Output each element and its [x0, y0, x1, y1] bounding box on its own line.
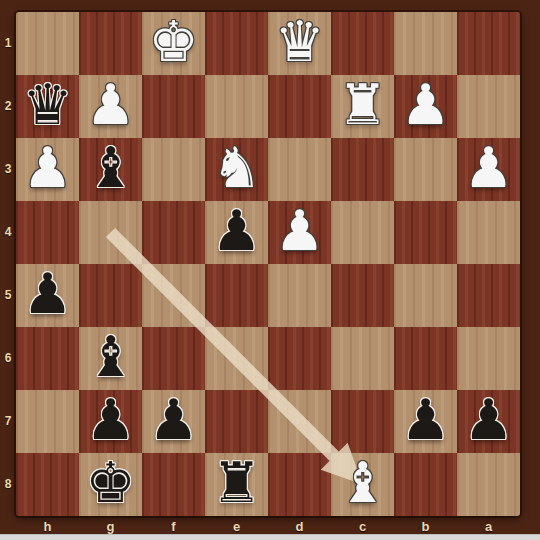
square-c1[interactable]: [331, 12, 394, 75]
square-h7[interactable]: [16, 390, 79, 453]
black-rook[interactable]: ♜: [211, 451, 261, 514]
black-queen[interactable]: ♛: [22, 73, 72, 136]
black-pawn[interactable]: ♟: [148, 388, 198, 451]
white-pawn[interactable]: ♟: [274, 199, 324, 262]
square-a8[interactable]: [457, 453, 520, 516]
square-c7[interactable]: [331, 390, 394, 453]
square-e1[interactable]: [205, 12, 268, 75]
square-b7[interactable]: ♟: [394, 390, 457, 453]
square-f4[interactable]: [142, 201, 205, 264]
square-d6[interactable]: [268, 327, 331, 390]
white-pawn[interactable]: ♟: [22, 136, 72, 199]
square-e2[interactable]: [205, 75, 268, 138]
square-d5[interactable]: [268, 264, 331, 327]
black-king[interactable]: ♚: [85, 451, 135, 514]
chess-board: ♚♛♛♟♜♟♟♝♞♟♟♟♟♝♟♟♟♟♚♜♝: [16, 12, 520, 516]
square-b6[interactable]: [394, 327, 457, 390]
square-h6[interactable]: [16, 327, 79, 390]
square-a1[interactable]: [457, 12, 520, 75]
rank-label-5: 5: [0, 264, 16, 327]
rank-label-3: 3: [0, 138, 16, 201]
black-pawn[interactable]: ♟: [85, 388, 135, 451]
rank-label-6: 6: [0, 327, 16, 390]
black-pawn[interactable]: ♟: [22, 262, 72, 325]
square-e8[interactable]: ♜: [205, 453, 268, 516]
square-g5[interactable]: [79, 264, 142, 327]
square-a7[interactable]: ♟: [457, 390, 520, 453]
square-d3[interactable]: [268, 138, 331, 201]
square-h3[interactable]: ♟: [16, 138, 79, 201]
square-d7[interactable]: [268, 390, 331, 453]
bottom-strip: [0, 534, 540, 540]
square-f2[interactable]: [142, 75, 205, 138]
square-d2[interactable]: [268, 75, 331, 138]
square-e3[interactable]: ♞: [205, 138, 268, 201]
square-g2[interactable]: ♟: [79, 75, 142, 138]
square-c8[interactable]: ♝: [331, 453, 394, 516]
square-g6[interactable]: ♝: [79, 327, 142, 390]
square-g8[interactable]: ♚: [79, 453, 142, 516]
square-c6[interactable]: [331, 327, 394, 390]
white-queen[interactable]: ♛: [274, 12, 324, 73]
square-e5[interactable]: [205, 264, 268, 327]
black-bishop[interactable]: ♝: [85, 136, 135, 199]
square-g7[interactable]: ♟: [79, 390, 142, 453]
square-d8[interactable]: [268, 453, 331, 516]
rank-label-4: 4: [0, 201, 16, 264]
white-bishop[interactable]: ♝: [337, 451, 387, 514]
square-a4[interactable]: [457, 201, 520, 264]
square-g1[interactable]: [79, 12, 142, 75]
square-c4[interactable]: [331, 201, 394, 264]
white-pawn[interactable]: ♟: [400, 73, 450, 136]
square-g3[interactable]: ♝: [79, 138, 142, 201]
black-pawn[interactable]: ♟: [211, 199, 261, 262]
square-a3[interactable]: ♟: [457, 138, 520, 201]
square-h8[interactable]: [16, 453, 79, 516]
square-f5[interactable]: [142, 264, 205, 327]
square-c5[interactable]: [331, 264, 394, 327]
square-d1[interactable]: ♛: [268, 12, 331, 75]
square-f1[interactable]: ♚: [142, 12, 205, 75]
square-g4[interactable]: [79, 201, 142, 264]
square-a6[interactable]: [457, 327, 520, 390]
square-h2[interactable]: ♛: [16, 75, 79, 138]
square-h4[interactable]: [16, 201, 79, 264]
square-b2[interactable]: ♟: [394, 75, 457, 138]
square-b1[interactable]: [394, 12, 457, 75]
square-c3[interactable]: [331, 138, 394, 201]
rank-label-2: 2: [0, 75, 16, 138]
rank-label-1: 1: [0, 12, 16, 75]
square-e4[interactable]: ♟: [205, 201, 268, 264]
square-c2[interactable]: ♜: [331, 75, 394, 138]
rank-label-7: 7: [0, 390, 16, 453]
square-e7[interactable]: [205, 390, 268, 453]
square-e6[interactable]: [205, 327, 268, 390]
square-b8[interactable]: [394, 453, 457, 516]
square-h1[interactable]: [16, 12, 79, 75]
square-b5[interactable]: [394, 264, 457, 327]
square-b4[interactable]: [394, 201, 457, 264]
square-f6[interactable]: [142, 327, 205, 390]
square-d4[interactable]: ♟: [268, 201, 331, 264]
square-b3[interactable]: [394, 138, 457, 201]
rank-label-8: 8: [0, 453, 16, 516]
white-pawn[interactable]: ♟: [85, 73, 135, 136]
square-h5[interactable]: ♟: [16, 264, 79, 327]
square-a2[interactable]: [457, 75, 520, 138]
square-f3[interactable]: [142, 138, 205, 201]
square-a5[interactable]: [457, 264, 520, 327]
white-pawn[interactable]: ♟: [463, 136, 513, 199]
square-f8[interactable]: [142, 453, 205, 516]
chess-app: ♚♛♛♟♜♟♟♝♞♟♟♟♟♝♟♟♟♟♚♜♝ 12345678 hgfedcba: [0, 0, 540, 540]
white-rook[interactable]: ♜: [337, 73, 387, 136]
black-pawn[interactable]: ♟: [400, 388, 450, 451]
black-pawn[interactable]: ♟: [463, 388, 513, 451]
square-f7[interactable]: ♟: [142, 390, 205, 453]
white-king[interactable]: ♚: [148, 12, 198, 73]
white-knight[interactable]: ♞: [211, 136, 261, 199]
black-bishop[interactable]: ♝: [85, 325, 135, 388]
